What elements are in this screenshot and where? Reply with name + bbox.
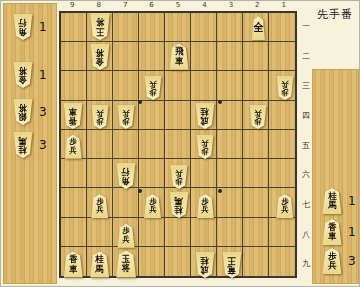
file-label-3: 3 bbox=[229, 1, 233, 10]
rank-label-六: 六 bbox=[300, 169, 312, 180]
piece-王将-8一[interactable]: 王将 bbox=[89, 13, 110, 40]
piece-歩兵-8四[interactable]: 歩兵 bbox=[91, 105, 109, 129]
rank-label-八: 八 bbox=[300, 228, 312, 239]
file-label-4: 4 bbox=[202, 1, 206, 10]
piece-歩兵-4五[interactable]: 歩兵 bbox=[196, 135, 214, 159]
hoshi-dot bbox=[218, 100, 222, 104]
piece-歩兵-7四[interactable]: 歩兵 bbox=[117, 105, 135, 129]
piece-歩兵[interactable]: 歩兵 bbox=[322, 248, 342, 274]
piece-桂馬-8九[interactable]: 桂馬 bbox=[90, 252, 110, 278]
hoshi-dot bbox=[138, 189, 142, 193]
piece-成桂-4四[interactable]: 成桂 bbox=[195, 103, 215, 129]
captured-count-角行: 1 bbox=[39, 20, 47, 34]
captured-count-香車: 1 bbox=[348, 225, 356, 239]
board-pieces-layer: 王将全金将飛車歩兵歩兵香車歩兵歩兵成桂歩兵歩兵歩兵角行歩兵歩兵歩兵桂馬歩兵歩兵歩… bbox=[61, 13, 295, 276]
file-label-6: 6 bbox=[149, 1, 153, 10]
piece-歩兵-2四[interactable]: 歩兵 bbox=[249, 105, 267, 129]
piece-歩兵-7八[interactable]: 歩兵 bbox=[117, 224, 135, 248]
shogi-app-window: 角行1金将1銀将3桂馬3 王将全金将飛車歩兵歩兵香車歩兵歩兵成桂歩兵歩兵歩兵角行… bbox=[0, 0, 360, 287]
hoshi-dot bbox=[138, 100, 142, 104]
piece-歩兵-1七[interactable]: 歩兵 bbox=[276, 194, 294, 218]
rank-label-五: 五 bbox=[300, 139, 312, 150]
piece-成桂-4九[interactable]: 成桂 bbox=[195, 252, 215, 278]
piece-歩兵-6七[interactable]: 歩兵 bbox=[144, 194, 162, 218]
piece-角行-7六[interactable]: 角行 bbox=[116, 163, 136, 189]
sente-captured-stand: 桂馬1香車1歩兵3 bbox=[312, 69, 359, 284]
captured-count-桂馬: 1 bbox=[348, 194, 356, 208]
piece-金将[interactable]: 金将 bbox=[13, 62, 33, 88]
captured-count-歩兵: 3 bbox=[348, 254, 356, 268]
file-label-2: 2 bbox=[255, 1, 259, 10]
file-label-7: 7 bbox=[123, 1, 127, 10]
gote-captured-stand: 角行1金将1銀将3桂馬3 bbox=[3, 3, 57, 284]
turn-indicator: 先手番 bbox=[311, 7, 359, 22]
rank-label-七: 七 bbox=[300, 198, 312, 209]
rank-label-九: 九 bbox=[300, 258, 312, 269]
file-label-5: 5 bbox=[176, 1, 180, 10]
piece-桂馬[interactable]: 桂馬 bbox=[322, 188, 342, 214]
file-label-1: 1 bbox=[282, 1, 286, 10]
rank-label-二: 二 bbox=[300, 50, 312, 61]
piece-香車-9九[interactable]: 香車 bbox=[63, 252, 83, 278]
piece-桂馬[interactable]: 桂馬 bbox=[13, 132, 33, 158]
piece-成銀-2一[interactable]: 全 bbox=[251, 16, 265, 40]
piece-金将-8二[interactable]: 金将 bbox=[90, 44, 110, 70]
file-label-9: 9 bbox=[70, 1, 74, 10]
captured-count-桂馬: 3 bbox=[39, 138, 47, 152]
piece-歩兵-6三[interactable]: 歩兵 bbox=[144, 76, 162, 100]
piece-銀将[interactable]: 銀将 bbox=[13, 99, 33, 125]
piece-飛車-5二[interactable]: 飛車 bbox=[169, 44, 189, 70]
piece-歩兵-5六[interactable]: 歩兵 bbox=[170, 165, 188, 189]
file-label-8: 8 bbox=[96, 1, 100, 10]
hoshi-dot bbox=[218, 189, 222, 193]
piece-桂馬-5七[interactable]: 桂馬 bbox=[169, 192, 189, 218]
piece-歩兵-8七[interactable]: 歩兵 bbox=[91, 194, 109, 218]
piece-歩兵-4七[interactable]: 歩兵 bbox=[196, 194, 214, 218]
shogi-board: 王将全金将飛車歩兵歩兵香車歩兵歩兵成桂歩兵歩兵歩兵角行歩兵歩兵歩兵桂馬歩兵歩兵歩… bbox=[59, 11, 297, 278]
piece-歩兵-1三[interactable]: 歩兵 bbox=[276, 76, 294, 100]
piece-玉将-7九[interactable]: 玉将 bbox=[116, 251, 137, 278]
piece-竜王-3九[interactable]: 竜王 bbox=[222, 252, 242, 278]
captured-count-銀将: 3 bbox=[39, 105, 47, 119]
piece-角行[interactable]: 角行 bbox=[13, 14, 33, 40]
piece-歩兵-9五[interactable]: 歩兵 bbox=[64, 135, 82, 159]
rank-label-三: 三 bbox=[300, 80, 312, 91]
captured-count-金将: 1 bbox=[39, 68, 47, 82]
piece-香車[interactable]: 香車 bbox=[322, 219, 342, 245]
piece-香車-9四[interactable]: 香車 bbox=[63, 103, 83, 129]
rank-label-四: 四 bbox=[300, 109, 312, 120]
